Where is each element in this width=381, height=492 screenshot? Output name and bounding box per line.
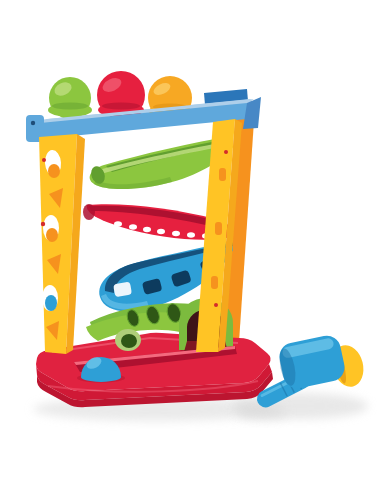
red-ramp-hole xyxy=(157,229,165,235)
right-post-dot xyxy=(214,303,218,307)
red-ramp-hole xyxy=(129,224,137,230)
right-post-slot xyxy=(219,168,226,181)
toy-product-photo xyxy=(0,0,381,492)
right-post-dot xyxy=(224,150,228,154)
left-post-hole-inner-blue xyxy=(45,295,57,311)
left-post-dot xyxy=(42,158,46,162)
tunnel-end-hole xyxy=(121,334,137,348)
left-post-dot xyxy=(41,222,45,226)
red-ramp-hole xyxy=(143,227,151,233)
left-post-hole-inner-orange xyxy=(46,228,58,242)
rail-corner-pin xyxy=(31,121,35,125)
red-ramp-hole xyxy=(172,231,180,237)
toy-scene xyxy=(0,0,381,492)
green-ball-seam xyxy=(52,103,88,110)
red-ramp-hole xyxy=(114,221,122,227)
red-ball-seam xyxy=(102,103,140,110)
right-post-slot xyxy=(215,222,222,235)
handle-shadow xyxy=(236,405,288,421)
red-ramp-hole xyxy=(187,232,195,238)
red-ramp-end-cap xyxy=(83,204,95,220)
right-post-slot xyxy=(211,276,218,289)
left-post-hole-inner-orange xyxy=(48,164,60,178)
